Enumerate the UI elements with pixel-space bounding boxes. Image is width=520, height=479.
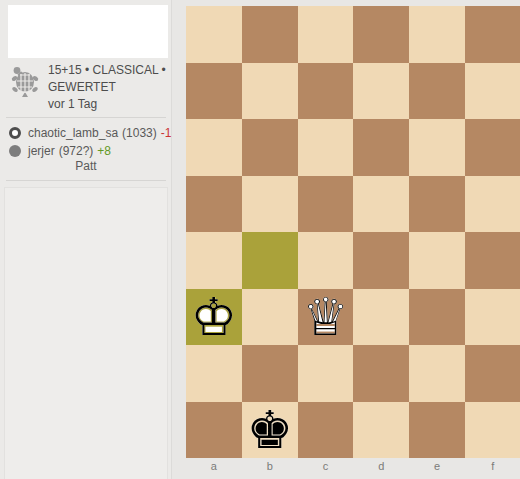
square-f3[interactable] <box>465 289 520 346</box>
square-e7[interactable] <box>409 63 465 120</box>
square-d8[interactable] <box>353 6 409 63</box>
square-f4[interactable] <box>465 232 520 289</box>
lichess-game-page: { "sidebar": { "game_meta": { "icon": "t… <box>0 0 520 479</box>
square-f7[interactable] <box>465 63 520 120</box>
square-b8[interactable] <box>242 6 298 63</box>
white-king[interactable]: ♚♔ <box>186 289 242 346</box>
file-label-e: e <box>409 459 465 475</box>
square-d1[interactable] <box>353 402 409 459</box>
divider <box>6 180 166 181</box>
rating-delta: -1 <box>161 126 172 140</box>
square-a5[interactable] <box>186 176 242 233</box>
square-e6[interactable] <box>409 119 465 176</box>
square-b6[interactable] <box>242 119 298 176</box>
square-b1[interactable]: ♚ <box>242 402 298 459</box>
square-d4[interactable] <box>353 232 409 289</box>
square-d5[interactable] <box>353 176 409 233</box>
square-f8[interactable] <box>465 6 520 63</box>
square-b4[interactable] <box>242 232 298 289</box>
chess-board: ♚♔♛♕♚ <box>186 6 520 458</box>
player-name[interactable]: chaotic_lamb_sa <box>28 126 118 140</box>
players-section: chaotic_lamb_sa (1033) -1 jerjer (972?) … <box>8 124 168 160</box>
square-a3[interactable]: ♚♔ <box>186 289 242 346</box>
square-e8[interactable] <box>409 6 465 63</box>
game-time-ago: vor 1 Tag <box>48 96 168 113</box>
square-f1[interactable] <box>465 402 520 459</box>
square-e5[interactable] <box>409 176 465 233</box>
square-c8[interactable] <box>298 6 354 63</box>
game-result: Patt <box>0 159 172 173</box>
square-e1[interactable] <box>409 402 465 459</box>
game-meta-section: 15+15 • CLASSICAL • GEWERTET vor 1 Tag <box>8 62 168 113</box>
chess-board-viewport: ♚♔♛♕♚ <box>186 6 520 458</box>
black-player-icon <box>9 145 21 157</box>
square-c7[interactable] <box>298 63 354 120</box>
square-a2[interactable] <box>186 345 242 402</box>
file-label-b: b <box>242 459 298 475</box>
square-a1[interactable] <box>186 402 242 459</box>
file-label-a: a <box>186 459 242 475</box>
square-a4[interactable] <box>186 232 242 289</box>
square-a7[interactable] <box>186 63 242 120</box>
player-rating: (1033) <box>122 126 157 140</box>
white-player-icon <box>9 127 21 139</box>
player-name[interactable]: jerjer <box>28 144 55 158</box>
square-a8[interactable] <box>186 6 242 63</box>
rating-delta: +8 <box>97 144 111 158</box>
square-c5[interactable] <box>298 176 354 233</box>
game-meta-text: 15+15 • CLASSICAL • GEWERTET <box>48 62 168 96</box>
square-c6[interactable] <box>298 119 354 176</box>
white-queen[interactable]: ♛♕ <box>298 289 354 346</box>
square-e3[interactable] <box>409 289 465 346</box>
square-a6[interactable] <box>186 119 242 176</box>
file-coordinates: abcdef <box>186 459 520 475</box>
empty-side-panel <box>4 187 168 479</box>
black-king[interactable]: ♚ <box>242 402 298 459</box>
square-f2[interactable] <box>465 345 520 402</box>
square-e2[interactable] <box>409 345 465 402</box>
file-label-f: f <box>465 459 520 475</box>
square-c4[interactable] <box>298 232 354 289</box>
file-label-d: d <box>353 459 409 475</box>
divider <box>6 117 166 118</box>
square-d6[interactable] <box>353 119 409 176</box>
sidebar: 15+15 • CLASSICAL • GEWERTET vor 1 Tag c… <box>0 0 172 479</box>
player-rating: (972?) <box>59 144 94 158</box>
file-label-c: c <box>298 459 354 475</box>
square-d3[interactable] <box>353 289 409 346</box>
square-e4[interactable] <box>409 232 465 289</box>
turtle-icon <box>10 65 42 101</box>
player-row-white[interactable]: chaotic_lamb_sa (1033) -1 <box>8 124 168 141</box>
square-d7[interactable] <box>353 63 409 120</box>
square-b7[interactable] <box>242 63 298 120</box>
square-b2[interactable] <box>242 345 298 402</box>
square-b5[interactable] <box>242 176 298 233</box>
square-f5[interactable] <box>465 176 520 233</box>
square-c3[interactable]: ♛♕ <box>298 289 354 346</box>
redacted-content-box <box>8 5 168 58</box>
square-c1[interactable] <box>298 402 354 459</box>
player-row-black[interactable]: jerjer (972?) +8 <box>8 142 168 159</box>
square-d2[interactable] <box>353 345 409 402</box>
square-c2[interactable] <box>298 345 354 402</box>
square-b3[interactable] <box>242 289 298 346</box>
square-f6[interactable] <box>465 119 520 176</box>
